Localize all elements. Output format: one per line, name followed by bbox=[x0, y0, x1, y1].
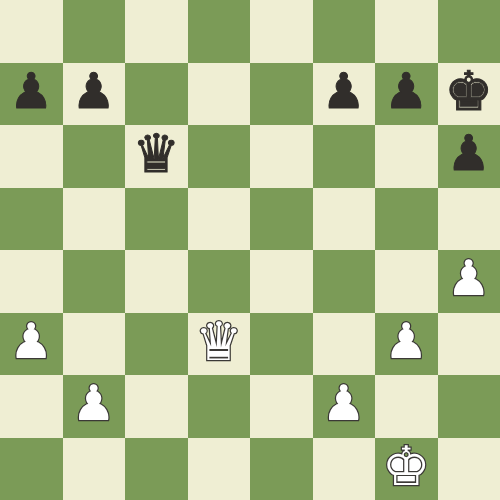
square-d7[interactable] bbox=[188, 63, 251, 126]
square-b7[interactable]: ♟ bbox=[63, 63, 126, 126]
square-f6[interactable] bbox=[313, 125, 376, 188]
square-c6[interactable]: ♛ bbox=[125, 125, 188, 188]
square-b8[interactable] bbox=[63, 0, 126, 63]
square-e4[interactable] bbox=[250, 250, 313, 313]
square-c2[interactable] bbox=[125, 375, 188, 438]
white-pawn[interactable]: ♟ bbox=[322, 373, 366, 436]
square-b2[interactable]: ♟ bbox=[63, 375, 126, 438]
square-g1[interactable]: ♚ bbox=[375, 438, 438, 500]
square-g4[interactable] bbox=[375, 250, 438, 313]
square-e7[interactable] bbox=[250, 63, 313, 126]
square-h8[interactable] bbox=[438, 0, 500, 63]
square-e2[interactable] bbox=[250, 375, 313, 438]
square-a7[interactable]: ♟ bbox=[0, 63, 63, 126]
black-pawn[interactable]: ♟ bbox=[72, 61, 116, 124]
square-d6[interactable] bbox=[188, 125, 251, 188]
black-pawn[interactable]: ♟ bbox=[384, 61, 428, 124]
square-g2[interactable] bbox=[375, 375, 438, 438]
square-f1[interactable] bbox=[313, 438, 376, 500]
square-g8[interactable] bbox=[375, 0, 438, 63]
square-f3[interactable] bbox=[313, 313, 376, 376]
black-queen[interactable]: ♛ bbox=[132, 123, 180, 186]
white-pawn[interactable]: ♟ bbox=[384, 311, 428, 374]
white-king[interactable]: ♚ bbox=[382, 436, 430, 499]
square-g3[interactable]: ♟ bbox=[375, 313, 438, 376]
square-h2[interactable] bbox=[438, 375, 500, 438]
square-c4[interactable] bbox=[125, 250, 188, 313]
square-b6[interactable] bbox=[63, 125, 126, 188]
square-f5[interactable] bbox=[313, 188, 376, 251]
white-pawn[interactable]: ♟ bbox=[72, 373, 116, 436]
square-d5[interactable] bbox=[188, 188, 251, 251]
square-e1[interactable] bbox=[250, 438, 313, 500]
square-g6[interactable] bbox=[375, 125, 438, 188]
square-f4[interactable] bbox=[313, 250, 376, 313]
square-c3[interactable] bbox=[125, 313, 188, 376]
square-a6[interactable] bbox=[0, 125, 63, 188]
black-king[interactable]: ♚ bbox=[445, 61, 493, 124]
square-b3[interactable] bbox=[63, 313, 126, 376]
square-d2[interactable] bbox=[188, 375, 251, 438]
square-c7[interactable] bbox=[125, 63, 188, 126]
square-h7[interactable]: ♚ bbox=[438, 63, 500, 126]
square-h1[interactable] bbox=[438, 438, 500, 500]
square-h4[interactable]: ♟ bbox=[438, 250, 500, 313]
square-d8[interactable] bbox=[188, 0, 251, 63]
black-pawn[interactable]: ♟ bbox=[9, 61, 53, 124]
square-a2[interactable] bbox=[0, 375, 63, 438]
black-pawn[interactable]: ♟ bbox=[322, 61, 366, 124]
square-a5[interactable] bbox=[0, 188, 63, 251]
square-g5[interactable] bbox=[375, 188, 438, 251]
square-d3[interactable]: ♛ bbox=[188, 313, 251, 376]
square-e3[interactable] bbox=[250, 313, 313, 376]
black-pawn[interactable]: ♟ bbox=[447, 123, 491, 186]
square-b1[interactable] bbox=[63, 438, 126, 500]
white-queen[interactable]: ♛ bbox=[195, 311, 243, 374]
square-e6[interactable] bbox=[250, 125, 313, 188]
square-c5[interactable] bbox=[125, 188, 188, 251]
square-g7[interactable]: ♟ bbox=[375, 63, 438, 126]
square-d1[interactable] bbox=[188, 438, 251, 500]
chess-board: ♟♟♟♟♚♛♟♟♟♛♟♟♟♚ bbox=[0, 0, 500, 500]
square-a8[interactable] bbox=[0, 0, 63, 63]
square-h6[interactable]: ♟ bbox=[438, 125, 500, 188]
white-pawn[interactable]: ♟ bbox=[447, 248, 491, 311]
square-e8[interactable] bbox=[250, 0, 313, 63]
square-a4[interactable] bbox=[0, 250, 63, 313]
square-h3[interactable] bbox=[438, 313, 500, 376]
white-pawn[interactable]: ♟ bbox=[9, 311, 53, 374]
square-a3[interactable]: ♟ bbox=[0, 313, 63, 376]
square-f7[interactable]: ♟ bbox=[313, 63, 376, 126]
square-c1[interactable] bbox=[125, 438, 188, 500]
square-f2[interactable]: ♟ bbox=[313, 375, 376, 438]
square-h5[interactable] bbox=[438, 188, 500, 251]
square-b5[interactable] bbox=[63, 188, 126, 251]
square-c8[interactable] bbox=[125, 0, 188, 63]
square-d4[interactable] bbox=[188, 250, 251, 313]
square-b4[interactable] bbox=[63, 250, 126, 313]
square-e5[interactable] bbox=[250, 188, 313, 251]
square-f8[interactable] bbox=[313, 0, 376, 63]
square-a1[interactable] bbox=[0, 438, 63, 500]
